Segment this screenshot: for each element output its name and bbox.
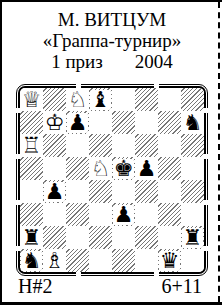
square-d1 [89, 249, 112, 272]
square-h2: ♜ [181, 226, 204, 249]
square-g4 [158, 180, 181, 203]
stipulation-label: H#2 [18, 275, 52, 298]
square-f2 [135, 226, 158, 249]
frame-notch [16, 246, 20, 251]
square-c7: ♟ [66, 111, 89, 134]
square-e3: ♟ [112, 203, 135, 226]
frame-notch [204, 108, 208, 113]
square-g3 [158, 203, 181, 226]
black-pawn-b4: ♟ [44, 182, 66, 202]
square-f1 [135, 249, 158, 272]
black-rook-h2: ♜ [182, 228, 204, 248]
frame-notch [76, 84, 81, 88]
square-d3 [89, 203, 112, 226]
square-d4 [89, 180, 112, 203]
square-a6: ♖ [20, 134, 43, 157]
frame-notch [204, 246, 208, 251]
frame-notch [204, 154, 208, 159]
square-f3 [135, 203, 158, 226]
white-queen-a8: ♕ [21, 90, 43, 110]
square-e5: ♚ [112, 157, 135, 180]
piece-count-label: 6+11 [161, 275, 202, 298]
square-h1 [181, 249, 204, 272]
chess-board: ♕♘♝♔♟♞♖♘♚♟♟♟♜♜♞♗♛ [18, 86, 206, 274]
square-d7 [89, 111, 112, 134]
white-bishop-b1: ♗ [44, 251, 66, 271]
square-f7 [135, 111, 158, 134]
square-b5 [43, 157, 66, 180]
author-name: М. ВИТЦУМ [2, 9, 222, 30]
year-label: 2004 [135, 51, 173, 72]
square-b8 [43, 88, 66, 111]
square-g5 [158, 157, 181, 180]
square-g7 [158, 111, 181, 134]
white-knight-d5: ♘ [90, 159, 112, 179]
frame-notch [204, 200, 208, 205]
square-a2: ♜ [20, 226, 43, 249]
square-a4 [20, 180, 43, 203]
problem-header: М. ВИТЦУМ «Граппа-турнир» 1 приз 2004 [2, 2, 222, 72]
square-b3 [43, 203, 66, 226]
square-e8 [112, 88, 135, 111]
square-f5: ♟ [135, 157, 158, 180]
black-queen-g1: ♛ [159, 251, 181, 271]
chess-problem-card: М. ВИТЦУМ «Граппа-турнир» 1 приз 2004 ♕♘… [0, 0, 222, 305]
square-d8: ♝ [89, 88, 112, 111]
black-bishop-d8: ♝ [90, 90, 112, 110]
square-g6 [158, 134, 181, 157]
square-c5 [66, 157, 89, 180]
square-c8: ♘ [66, 88, 89, 111]
square-d5: ♘ [89, 157, 112, 180]
square-g1: ♛ [158, 249, 181, 272]
square-g2 [158, 226, 181, 249]
square-a3 [20, 203, 43, 226]
frame-notch [16, 154, 20, 159]
square-c3 [66, 203, 89, 226]
square-d2 [89, 226, 112, 249]
frame-notch [154, 84, 159, 88]
square-h3 [181, 203, 204, 226]
square-e1 [112, 249, 135, 272]
black-pawn-e3: ♟ [113, 205, 135, 225]
tournament-name: «Граппа-турнир» [2, 30, 222, 51]
square-a5 [20, 157, 43, 180]
square-b2 [43, 226, 66, 249]
square-e7 [112, 111, 135, 134]
black-rook-a2: ♜ [21, 228, 43, 248]
black-knight-h7: ♞ [182, 113, 204, 133]
square-c6 [66, 134, 89, 157]
square-c4 [66, 180, 89, 203]
prize-line: 1 приз 2004 [2, 51, 222, 72]
square-b6 [43, 134, 66, 157]
square-h8 [181, 88, 204, 111]
square-b1: ♗ [43, 249, 66, 272]
square-a7 [20, 111, 43, 134]
square-c1 [66, 249, 89, 272]
prize-label: 1 приз [51, 51, 103, 72]
caption-row: H#2 6+11 [2, 275, 218, 298]
square-e2 [112, 226, 135, 249]
square-d6 [89, 134, 112, 157]
square-f4 [135, 180, 158, 203]
white-rook-a6: ♖ [21, 136, 43, 156]
black-pawn-c7: ♟ [67, 113, 89, 133]
black-knight-a1: ♞ [21, 251, 43, 271]
square-f8 [135, 88, 158, 111]
square-h4 [181, 180, 204, 203]
board-frame: ♕♘♝♔♟♞♖♘♚♟♟♟♜♜♞♗♛ [16, 84, 208, 276]
white-knight-c8: ♘ [67, 90, 89, 110]
frame-notch [16, 200, 20, 205]
white-king-b7: ♔ [44, 113, 66, 133]
square-b4: ♟ [43, 180, 66, 203]
square-a1: ♞ [20, 249, 43, 272]
dashed-cut-line [218, 2, 220, 302]
black-king-e5: ♚ [113, 159, 135, 179]
frame-notch [16, 108, 20, 113]
square-f6 [135, 134, 158, 157]
black-pawn-f5: ♟ [136, 159, 158, 179]
square-a8: ♕ [20, 88, 43, 111]
square-h6 [181, 134, 204, 157]
square-g8 [158, 88, 181, 111]
square-h5 [181, 157, 204, 180]
square-e4 [112, 180, 135, 203]
square-h7: ♞ [181, 111, 204, 134]
square-b7: ♔ [43, 111, 66, 134]
square-c2 [66, 226, 89, 249]
square-e6 [112, 134, 135, 157]
